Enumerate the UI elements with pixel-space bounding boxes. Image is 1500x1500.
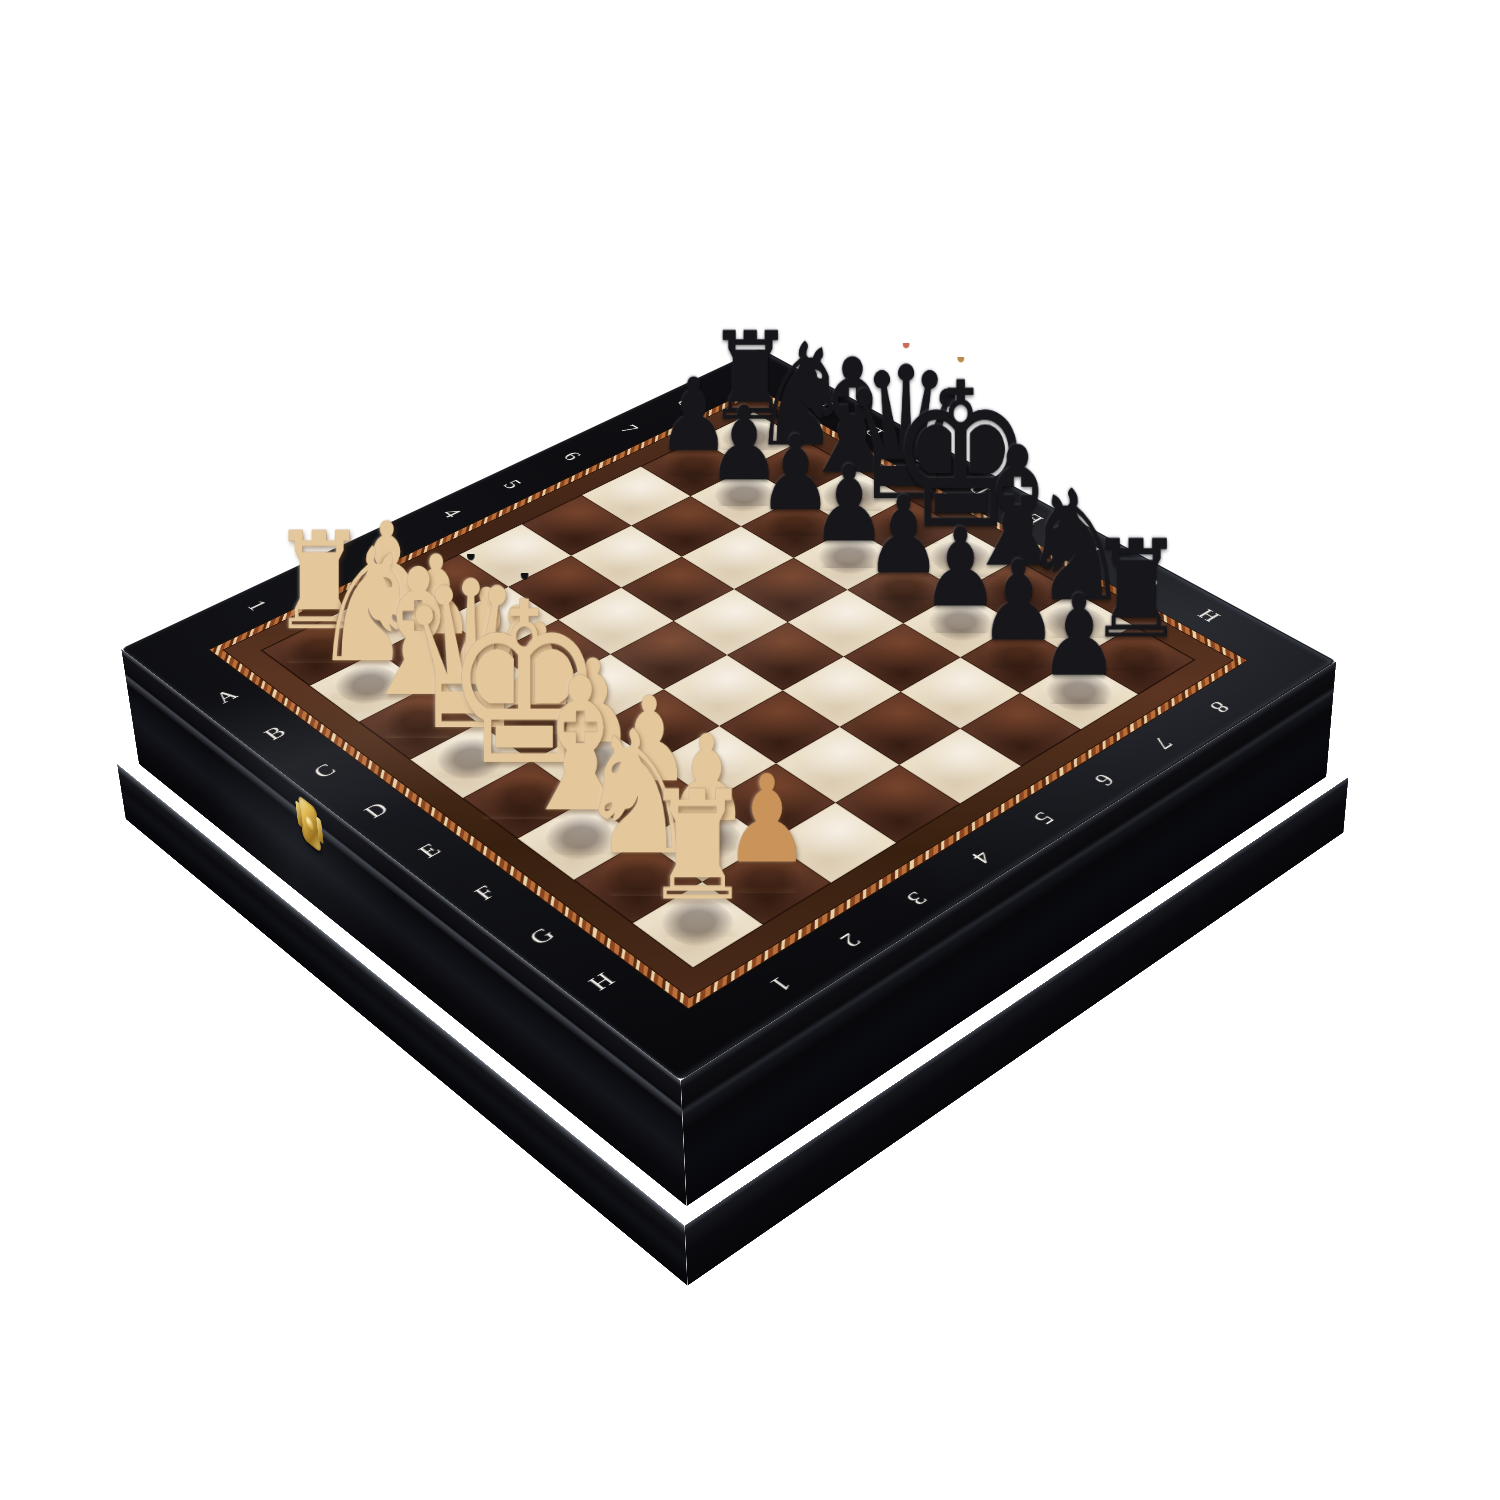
scene: 87654321 87654321 ABCDEFGH ABCDEFGH ♜♞♝♛…: [0, 0, 1500, 1500]
king-finial: [958, 354, 965, 363]
piece-glyph: ♟: [1039, 580, 1119, 692]
chess-box: 87654321 87654321 ABCDEFGH ABCDEFGH ♜♞♝♛…: [121, 349, 1336, 1081]
piece-glyph: ♜: [643, 770, 752, 922]
king-finial: [521, 570, 529, 580]
